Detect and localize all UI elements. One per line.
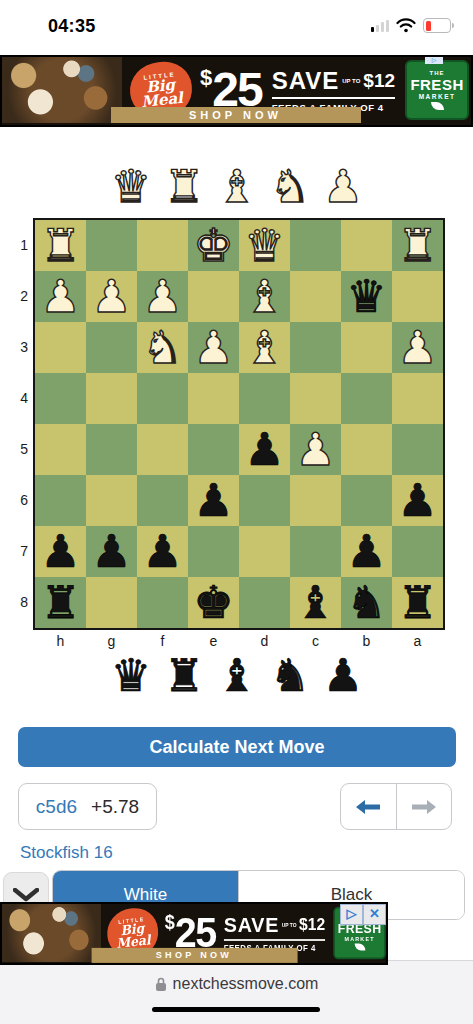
square-g7[interactable]: ♟ (86, 526, 137, 577)
calculate-next-move-button[interactable]: Calculate Next Move (18, 727, 456, 767)
square-f7[interactable]: ♟ (137, 526, 188, 577)
black-bishop[interactable]: ♝ (295, 577, 335, 628)
chevron-down-icon (13, 888, 39, 902)
square-a6[interactable]: ♟ (392, 475, 443, 526)
lock-icon (155, 977, 167, 992)
white-rook[interactable]: ♜ (397, 220, 437, 271)
engine-move-box[interactable]: c5d6 +5.78 (18, 783, 157, 830)
square-g3[interactable] (86, 322, 137, 373)
black-queen[interactable]: ♛ (346, 271, 386, 322)
square-d1[interactable]: ♛ (239, 220, 290, 271)
black-pawn[interactable]: ♟ (142, 526, 182, 577)
file-label-b: b (341, 632, 392, 650)
file-label-f: f (137, 632, 188, 650)
address-bar[interactable]: nextchessmove.com (0, 975, 473, 993)
square-g6[interactable] (86, 475, 137, 526)
ad-food-photo (2, 57, 122, 123)
square-c3[interactable] (290, 322, 341, 373)
rank-label-8: 8 (0, 577, 28, 628)
square-e5[interactable] (188, 424, 239, 475)
black-rook[interactable]: ♜ (397, 577, 437, 628)
square-d8[interactable] (239, 577, 290, 628)
home-indicator (152, 1007, 320, 1012)
left-arrow-icon (355, 799, 381, 815)
square-b8[interactable]: ♞ (341, 577, 392, 628)
square-e6[interactable]: ♟ (188, 475, 239, 526)
black-pawn[interactable]: ♟ (193, 475, 233, 526)
square-c2[interactable] (290, 271, 341, 322)
square-a4[interactable] (392, 373, 443, 424)
shop-now-button[interactable]: SHOP NOW (91, 948, 297, 962)
square-h8[interactable]: ♜ (35, 577, 86, 628)
clock: 04:35 (48, 16, 96, 37)
file-label-c: c (290, 632, 341, 650)
shop-now-button[interactable]: SHOP NOW (111, 107, 361, 123)
palette-white-rook[interactable]: ♜ (160, 161, 208, 212)
square-f5[interactable] (137, 424, 188, 475)
square-d2[interactable]: ♝ (239, 271, 290, 322)
square-c8[interactable]: ♝ (290, 577, 341, 628)
palette-white-pawn[interactable]: ♟ (319, 161, 367, 212)
square-a2[interactable] (392, 271, 443, 322)
square-h1[interactable]: ♜ (35, 220, 86, 271)
white-rook[interactable]: ♜ (40, 220, 80, 271)
square-d5[interactable]: ♟ (239, 424, 290, 475)
square-h6[interactable] (35, 475, 86, 526)
white-knight[interactable]: ♞ (142, 322, 182, 373)
square-b2[interactable]: ♛ (341, 271, 392, 322)
square-f8[interactable] (137, 577, 188, 628)
square-b5[interactable] (341, 424, 392, 475)
ad-banner-bottom[interactable]: LITTLE Big Meal $25 SAVE UP TO $12 FEEDS… (0, 902, 388, 965)
square-f2[interactable]: ♟ (137, 271, 188, 322)
stockfish-link[interactable]: Stockfish 16 (20, 843, 113, 863)
square-g5[interactable] (86, 424, 137, 475)
square-c5[interactable]: ♟ (290, 424, 341, 475)
square-d3[interactable]: ♝ (239, 322, 290, 373)
square-a7[interactable] (392, 526, 443, 577)
browser-bottom-bar: nextchessmove.com (0, 960, 473, 1024)
palette-white-bishop[interactable]: ♝ (213, 161, 261, 212)
square-f6[interactable] (137, 475, 188, 526)
square-g1[interactable] (86, 220, 137, 271)
square-h3[interactable] (35, 322, 86, 373)
palette-black-queen[interactable]: ♛ (107, 650, 155, 701)
file-label-h: h (35, 632, 86, 650)
rank-label-2: 2 (0, 271, 28, 322)
battery-icon (423, 18, 451, 33)
chess-board: ♜♚♛♜♟♟♟♝♛♞♟♝♟♟♟♟♟♟♟♟♟♜♚♝♞♜ (33, 218, 445, 630)
file-label-d: d (239, 632, 290, 650)
rank-label-3: 3 (0, 322, 28, 373)
black-pawn[interactable]: ♟ (91, 526, 131, 577)
back-arrow-button[interactable] (341, 784, 396, 829)
rank-label-5: 5 (0, 424, 28, 475)
square-e2[interactable] (188, 271, 239, 322)
ad-close-icon[interactable]: ✕ (363, 904, 386, 925)
square-g2[interactable]: ♟ (86, 271, 137, 322)
square-c7[interactable] (290, 526, 341, 577)
square-b7[interactable]: ♟ (341, 526, 392, 577)
leaf-icon (431, 102, 444, 110)
file-label-e: e (188, 632, 239, 650)
ad-food-photo (2, 904, 101, 962)
fresh-market-logo: THE FRESH MARKET (405, 60, 469, 120)
white-pawn[interactable]: ♟ (295, 424, 335, 475)
file-label-a: a (392, 632, 443, 650)
wifi-icon (396, 18, 416, 33)
ad-banner-top[interactable]: LITTLE Big Meal $25 SAVE UP TO $12 FEEDS… (0, 55, 473, 127)
square-h2[interactable]: ♟ (35, 271, 86, 322)
white-pawn[interactable]: ♟ (91, 271, 131, 322)
square-b6[interactable] (341, 475, 392, 526)
black-knight[interactable]: ♞ (346, 577, 386, 628)
square-g8[interactable] (86, 577, 137, 628)
white-pawn[interactable]: ♟ (397, 322, 437, 373)
move-nav-group (340, 783, 452, 830)
black-pawn[interactable]: ♟ (244, 424, 284, 475)
rank-label-6: 6 (0, 475, 28, 526)
square-h5[interactable] (35, 424, 86, 475)
forward-arrow-button[interactable] (396, 784, 452, 829)
white-king[interactable]: ♚ (193, 220, 233, 271)
square-c1[interactable] (290, 220, 341, 271)
square-d6[interactable] (239, 475, 290, 526)
square-c6[interactable] (290, 475, 341, 526)
engine-move: c5d6 (36, 796, 77, 818)
url-text: nextchessmove.com (173, 975, 319, 993)
square-e1[interactable]: ♚ (188, 220, 239, 271)
square-b4[interactable] (341, 373, 392, 424)
square-a1[interactable]: ♜ (392, 220, 443, 271)
black-king[interactable]: ♚ (193, 577, 233, 628)
rank-label-4: 4 (0, 373, 28, 424)
right-arrow-icon (411, 799, 437, 815)
square-a3[interactable]: ♟ (392, 322, 443, 373)
palette-black-rook[interactable]: ♜ (160, 650, 208, 701)
square-d4[interactable] (239, 373, 290, 424)
square-e4[interactable] (188, 373, 239, 424)
square-d7[interactable] (239, 526, 290, 577)
palette-black-pawn[interactable]: ♟ (319, 650, 367, 701)
square-a8[interactable]: ♜ (392, 577, 443, 628)
square-a5[interactable] (392, 424, 443, 475)
square-e3[interactable]: ♟ (188, 322, 239, 373)
black-rook[interactable]: ♜ (40, 577, 80, 628)
rank-label-1: 1 (0, 220, 28, 271)
white-bishop[interactable]: ♝ (244, 271, 284, 322)
adchoices-icon[interactable]: ▷ (425, 57, 443, 64)
white-queen[interactable]: ♛ (244, 220, 284, 271)
adchoices-icon[interactable]: ▷ (340, 904, 363, 925)
palette-black-knight[interactable]: ♞ (266, 650, 314, 701)
palette-white-knight[interactable]: ♞ (266, 161, 314, 212)
square-f3[interactable]: ♞ (137, 322, 188, 373)
engine-eval: +5.78 (91, 796, 139, 818)
status-bar: 04:35 (0, 0, 473, 54)
square-g4[interactable] (86, 373, 137, 424)
white-pawn[interactable]: ♟ (142, 271, 182, 322)
black-piece-palette: ♛♜♝♞♟ (33, 650, 441, 700)
square-h7[interactable]: ♟ (35, 526, 86, 577)
rank-label-7: 7 (0, 526, 28, 577)
white-bishop[interactable]: ♝ (244, 322, 284, 373)
square-f4[interactable] (137, 373, 188, 424)
white-piece-palette: ♛♜♝♞♟ (33, 160, 441, 212)
square-c4[interactable] (290, 373, 341, 424)
cellular-signal-icon (371, 20, 390, 32)
black-pawn[interactable]: ♟ (40, 526, 80, 577)
square-f1[interactable] (137, 220, 188, 271)
white-pawn[interactable]: ♟ (40, 271, 80, 322)
palette-white-queen[interactable]: ♛ (107, 161, 155, 212)
square-e8[interactable]: ♚ (188, 577, 239, 628)
rank-labels: 12345678 (0, 220, 28, 628)
black-pawn[interactable]: ♟ (397, 475, 437, 526)
square-e7[interactable] (188, 526, 239, 577)
file-labels: hgfedcba (35, 632, 443, 650)
square-b3[interactable] (341, 322, 392, 373)
square-h4[interactable] (35, 373, 86, 424)
white-pawn[interactable]: ♟ (193, 322, 233, 373)
black-pawn[interactable]: ♟ (346, 526, 386, 577)
leaf-icon (354, 944, 365, 951)
palette-black-bishop[interactable]: ♝ (213, 650, 261, 701)
square-b1[interactable] (341, 220, 392, 271)
file-label-g: g (86, 632, 137, 650)
